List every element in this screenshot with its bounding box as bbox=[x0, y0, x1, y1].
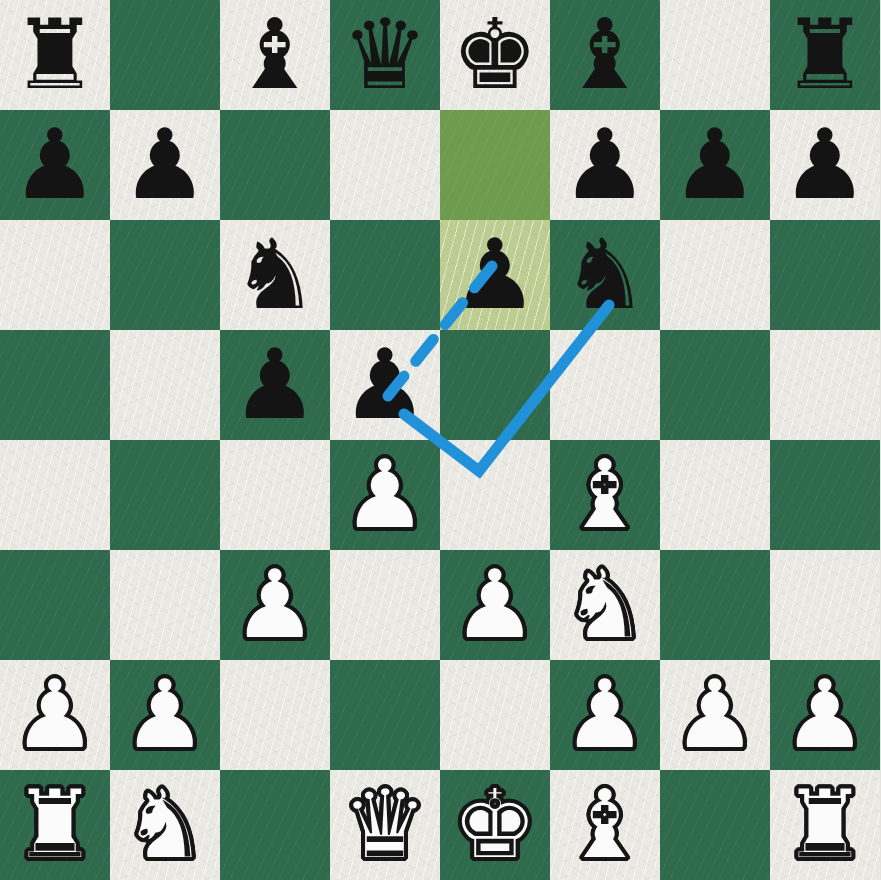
square-e1[interactable]: ♚ bbox=[440, 770, 550, 880]
white-rook[interactable]: ♜ bbox=[782, 770, 869, 880]
square-g6[interactable] bbox=[660, 220, 770, 330]
black-knight[interactable]: ♞ bbox=[562, 220, 649, 330]
square-d4[interactable]: ♟ bbox=[330, 440, 440, 550]
square-f3[interactable]: ♞ bbox=[550, 550, 660, 660]
square-e4[interactable] bbox=[440, 440, 550, 550]
square-a6[interactable] bbox=[0, 220, 110, 330]
square-g3[interactable] bbox=[660, 550, 770, 660]
black-pawn[interactable]: ♟ bbox=[452, 220, 539, 330]
white-bishop[interactable]: ♝ bbox=[562, 440, 649, 550]
black-rook[interactable]: ♜ bbox=[782, 0, 869, 110]
black-rook[interactable]: ♜ bbox=[12, 0, 99, 110]
black-pawn[interactable]: ♟ bbox=[122, 110, 209, 220]
square-d2[interactable] bbox=[330, 660, 440, 770]
square-a4[interactable] bbox=[0, 440, 110, 550]
white-pawn[interactable]: ♟ bbox=[232, 550, 319, 660]
square-f1[interactable]: ♝ bbox=[550, 770, 660, 880]
square-b6[interactable] bbox=[110, 220, 220, 330]
square-h8[interactable]: ♜ bbox=[770, 0, 880, 110]
square-c3[interactable]: ♟ bbox=[220, 550, 330, 660]
square-c6[interactable]: ♞ bbox=[220, 220, 330, 330]
square-d7[interactable] bbox=[330, 110, 440, 220]
white-pawn[interactable]: ♟ bbox=[672, 660, 759, 770]
square-c2[interactable] bbox=[220, 660, 330, 770]
square-d1[interactable]: ♛ bbox=[330, 770, 440, 880]
white-knight[interactable]: ♞ bbox=[122, 770, 209, 880]
square-b3[interactable] bbox=[110, 550, 220, 660]
white-queen[interactable]: ♛ bbox=[342, 770, 429, 880]
square-a5[interactable] bbox=[0, 330, 110, 440]
square-c1[interactable] bbox=[220, 770, 330, 880]
chessboard-stage: ♜♝♛♚♝♜♟♟♟♟♟♞♟♞♟♟♟♝♟♟♞♟♟♟♟♟♜♞♛♚♝♜ bbox=[0, 0, 881, 880]
black-bishop[interactable]: ♝ bbox=[232, 0, 319, 110]
white-king[interactable]: ♚ bbox=[452, 770, 539, 880]
black-pawn[interactable]: ♟ bbox=[782, 110, 869, 220]
square-a8[interactable]: ♜ bbox=[0, 0, 110, 110]
square-g1[interactable] bbox=[660, 770, 770, 880]
black-pawn[interactable]: ♟ bbox=[562, 110, 649, 220]
square-b4[interactable] bbox=[110, 440, 220, 550]
square-c8[interactable]: ♝ bbox=[220, 0, 330, 110]
square-f4[interactable]: ♝ bbox=[550, 440, 660, 550]
square-a3[interactable] bbox=[0, 550, 110, 660]
square-b7[interactable]: ♟ bbox=[110, 110, 220, 220]
white-pawn[interactable]: ♟ bbox=[782, 660, 869, 770]
square-f8[interactable]: ♝ bbox=[550, 0, 660, 110]
square-f7[interactable]: ♟ bbox=[550, 110, 660, 220]
square-d8[interactable]: ♛ bbox=[330, 0, 440, 110]
square-c7[interactable] bbox=[220, 110, 330, 220]
black-knight[interactable]: ♞ bbox=[232, 220, 319, 330]
black-pawn[interactable]: ♟ bbox=[232, 330, 319, 440]
square-e7[interactable] bbox=[440, 110, 550, 220]
square-e8[interactable]: ♚ bbox=[440, 0, 550, 110]
white-pawn[interactable]: ♟ bbox=[452, 550, 539, 660]
square-d3[interactable] bbox=[330, 550, 440, 660]
square-f2[interactable]: ♟ bbox=[550, 660, 660, 770]
square-b5[interactable] bbox=[110, 330, 220, 440]
square-d5[interactable]: ♟ bbox=[330, 330, 440, 440]
square-c5[interactable]: ♟ bbox=[220, 330, 330, 440]
square-g2[interactable]: ♟ bbox=[660, 660, 770, 770]
square-g5[interactable] bbox=[660, 330, 770, 440]
square-h3[interactable] bbox=[770, 550, 880, 660]
white-bishop[interactable]: ♝ bbox=[562, 770, 649, 880]
square-h4[interactable] bbox=[770, 440, 880, 550]
square-b1[interactable]: ♞ bbox=[110, 770, 220, 880]
white-knight[interactable]: ♞ bbox=[562, 550, 649, 660]
white-pawn[interactable]: ♟ bbox=[342, 440, 429, 550]
square-e2[interactable] bbox=[440, 660, 550, 770]
black-pawn[interactable]: ♟ bbox=[672, 110, 759, 220]
square-b8[interactable] bbox=[110, 0, 220, 110]
square-e6[interactable]: ♟ bbox=[440, 220, 550, 330]
square-d6[interactable] bbox=[330, 220, 440, 330]
square-a1[interactable]: ♜ bbox=[0, 770, 110, 880]
square-h7[interactable]: ♟ bbox=[770, 110, 880, 220]
chess-board: ♜♝♛♚♝♜♟♟♟♟♟♞♟♞♟♟♟♝♟♟♞♟♟♟♟♟♜♞♛♚♝♜ bbox=[0, 0, 880, 880]
square-c4[interactable] bbox=[220, 440, 330, 550]
square-h1[interactable]: ♜ bbox=[770, 770, 880, 880]
black-bishop[interactable]: ♝ bbox=[562, 0, 649, 110]
white-pawn[interactable]: ♟ bbox=[122, 660, 209, 770]
square-g8[interactable] bbox=[660, 0, 770, 110]
square-g7[interactable]: ♟ bbox=[660, 110, 770, 220]
black-queen[interactable]: ♛ bbox=[342, 0, 429, 110]
square-h2[interactable]: ♟ bbox=[770, 660, 880, 770]
white-rook[interactable]: ♜ bbox=[12, 770, 99, 880]
square-f5[interactable] bbox=[550, 330, 660, 440]
white-pawn[interactable]: ♟ bbox=[562, 660, 649, 770]
square-e5[interactable] bbox=[440, 330, 550, 440]
white-pawn[interactable]: ♟ bbox=[12, 660, 99, 770]
black-pawn[interactable]: ♟ bbox=[12, 110, 99, 220]
square-a7[interactable]: ♟ bbox=[0, 110, 110, 220]
square-a2[interactable]: ♟ bbox=[0, 660, 110, 770]
square-h6[interactable] bbox=[770, 220, 880, 330]
square-g4[interactable] bbox=[660, 440, 770, 550]
black-pawn[interactable]: ♟ bbox=[342, 330, 429, 440]
black-king[interactable]: ♚ bbox=[452, 0, 539, 110]
square-b2[interactable]: ♟ bbox=[110, 660, 220, 770]
square-h5[interactable] bbox=[770, 330, 880, 440]
square-e3[interactable]: ♟ bbox=[440, 550, 550, 660]
square-f6[interactable]: ♞ bbox=[550, 220, 660, 330]
